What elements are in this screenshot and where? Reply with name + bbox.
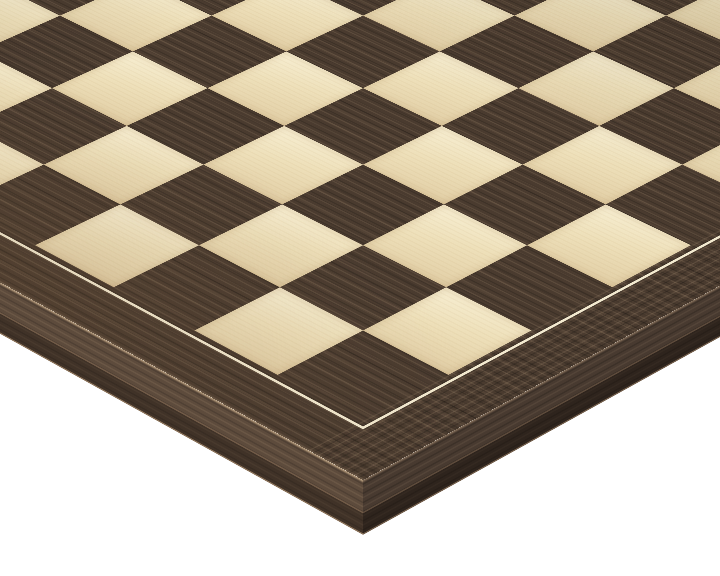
- photo-background: [0, 0, 720, 576]
- chess-board: [0, 0, 720, 480]
- lighting-tint-overlay: [0, 0, 720, 479]
